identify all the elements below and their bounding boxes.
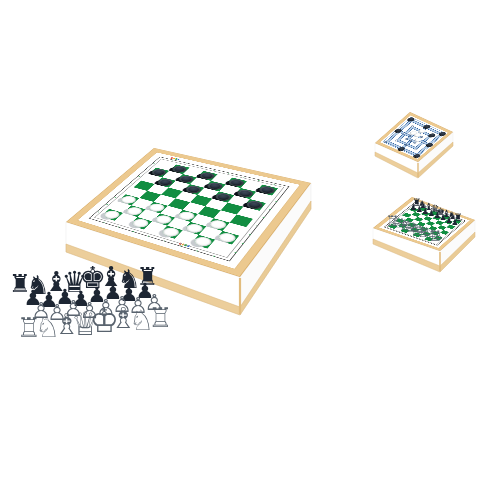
loose-chess-piece-white-queen[interactable]: ♕ bbox=[71, 309, 100, 341]
chess-piece-white-rook[interactable]: ♖ bbox=[429, 229, 442, 243]
loose-chess-piece-white-knight[interactable]: ♘ bbox=[129, 307, 154, 335]
product-photo-stage: ♜♞♝♛♚♝♞♜♟♟♟♟♟♟♟♟♙♙♙♙♙♙♙♙♖♘♗♕♔♗♘♖♜♞♝♛♚♝♞♜… bbox=[0, 0, 500, 500]
loose-chess-piece-white-knight[interactable]: ♘ bbox=[35, 315, 60, 343]
chess-piece-black-pawn[interactable]: ♟ bbox=[451, 218, 458, 226]
